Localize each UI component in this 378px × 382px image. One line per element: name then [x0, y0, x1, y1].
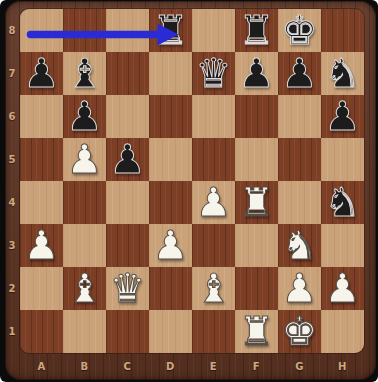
piece-white-pawn[interactable]: ♟ [63, 138, 106, 181]
square-d3[interactable]: ♟ [149, 224, 192, 267]
piece-black-pawn[interactable]: ♟ [63, 95, 106, 138]
square-b8[interactable] [63, 9, 106, 52]
square-b1[interactable] [63, 310, 106, 353]
square-d8[interactable]: ♜ [149, 9, 192, 52]
square-a8[interactable] [20, 9, 63, 52]
square-g8[interactable]: ♚ [278, 9, 321, 52]
rank-labels: 87654321 [6, 9, 18, 353]
square-c8[interactable] [106, 9, 149, 52]
file-label-h: H [321, 355, 364, 377]
square-a4[interactable] [20, 181, 63, 224]
square-g1[interactable]: ♚ [278, 310, 321, 353]
square-h5[interactable] [321, 138, 364, 181]
piece-black-rook[interactable]: ♜ [235, 9, 278, 52]
square-h8[interactable] [321, 9, 364, 52]
square-a3[interactable]: ♟ [20, 224, 63, 267]
square-h1[interactable] [321, 310, 364, 353]
square-h3[interactable] [321, 224, 364, 267]
square-b2[interactable]: ♝ [63, 267, 106, 310]
square-g3[interactable]: ♞ [278, 224, 321, 267]
square-g2[interactable]: ♟ [278, 267, 321, 310]
square-e6[interactable] [192, 95, 235, 138]
square-d4[interactable] [149, 181, 192, 224]
square-h6[interactable]: ♟ [321, 95, 364, 138]
chess-app-window: 87654321 ABCDEFGH ♜♜♚♟♝♛♟♟♞♟♟♟♟♟♜♞♟♟♞♝♛♝… [0, 0, 378, 382]
square-f3[interactable] [235, 224, 278, 267]
piece-white-rook[interactable]: ♜ [235, 181, 278, 224]
rank-label-5: 5 [6, 138, 18, 181]
piece-white-pawn[interactable]: ♟ [149, 224, 192, 267]
piece-black-pawn[interactable]: ♟ [278, 52, 321, 95]
piece-white-bishop[interactable]: ♝ [192, 267, 235, 310]
piece-black-pawn[interactable]: ♟ [321, 95, 364, 138]
piece-white-pawn[interactable]: ♟ [20, 224, 63, 267]
piece-black-knight[interactable]: ♞ [321, 181, 364, 224]
square-f4[interactable]: ♜ [235, 181, 278, 224]
chess-board[interactable]: ♜♜♚♟♝♛♟♟♞♟♟♟♟♟♜♞♟♟♞♝♛♝♟♟♜♚ [20, 9, 364, 353]
file-label-c: C [106, 355, 149, 377]
square-c3[interactable] [106, 224, 149, 267]
square-c2[interactable]: ♛ [106, 267, 149, 310]
piece-white-king[interactable]: ♚ [278, 310, 321, 353]
square-b7[interactable]: ♝ [63, 52, 106, 95]
square-f6[interactable] [235, 95, 278, 138]
rank-label-7: 7 [6, 52, 18, 95]
square-a6[interactable] [20, 95, 63, 138]
square-b3[interactable] [63, 224, 106, 267]
square-b6[interactable]: ♟ [63, 95, 106, 138]
file-label-g: G [278, 355, 321, 377]
file-label-f: F [235, 355, 278, 377]
square-e8[interactable] [192, 9, 235, 52]
square-h7[interactable]: ♞ [321, 52, 364, 95]
piece-black-rook[interactable]: ♜ [149, 9, 192, 52]
square-e2[interactable]: ♝ [192, 267, 235, 310]
square-a5[interactable] [20, 138, 63, 181]
piece-white-pawn[interactable]: ♟ [278, 267, 321, 310]
piece-black-queen[interactable]: ♛ [192, 52, 235, 95]
square-b5[interactable]: ♟ [63, 138, 106, 181]
square-d2[interactable] [149, 267, 192, 310]
rank-label-2: 2 [6, 267, 18, 310]
square-g7[interactable]: ♟ [278, 52, 321, 95]
square-h2[interactable]: ♟ [321, 267, 364, 310]
square-e3[interactable] [192, 224, 235, 267]
square-c7[interactable] [106, 52, 149, 95]
file-label-e: E [192, 355, 235, 377]
piece-white-queen[interactable]: ♛ [106, 267, 149, 310]
square-h4[interactable]: ♞ [321, 181, 364, 224]
square-c5[interactable]: ♟ [106, 138, 149, 181]
square-f2[interactable] [235, 267, 278, 310]
square-g4[interactable] [278, 181, 321, 224]
square-e5[interactable] [192, 138, 235, 181]
piece-white-knight[interactable]: ♞ [278, 224, 321, 267]
piece-black-pawn[interactable]: ♟ [235, 52, 278, 95]
square-f1[interactable]: ♜ [235, 310, 278, 353]
square-a1[interactable] [20, 310, 63, 353]
square-d7[interactable] [149, 52, 192, 95]
rank-label-8: 8 [6, 9, 18, 52]
piece-white-rook[interactable]: ♜ [235, 310, 278, 353]
piece-black-knight[interactable]: ♞ [321, 52, 364, 95]
square-g5[interactable] [278, 138, 321, 181]
square-g6[interactable] [278, 95, 321, 138]
square-b4[interactable] [63, 181, 106, 224]
rank-label-4: 4 [6, 181, 18, 224]
square-e4[interactable]: ♟ [192, 181, 235, 224]
rank-label-3: 3 [6, 224, 18, 267]
square-c1[interactable] [106, 310, 149, 353]
piece-black-pawn[interactable]: ♟ [20, 52, 63, 95]
square-f8[interactable]: ♜ [235, 9, 278, 52]
piece-black-bishop[interactable]: ♝ [63, 52, 106, 95]
file-label-d: D [149, 355, 192, 377]
piece-white-pawn[interactable]: ♟ [321, 267, 364, 310]
piece-black-king[interactable]: ♚ [278, 9, 321, 52]
piece-white-pawn[interactable]: ♟ [192, 181, 235, 224]
rank-label-6: 6 [6, 95, 18, 138]
square-c4[interactable] [106, 181, 149, 224]
square-f5[interactable] [235, 138, 278, 181]
square-a2[interactable] [20, 267, 63, 310]
square-c6[interactable] [106, 95, 149, 138]
square-e7[interactable]: ♛ [192, 52, 235, 95]
square-d5[interactable] [149, 138, 192, 181]
square-d1[interactable] [149, 310, 192, 353]
file-labels: ABCDEFGH [20, 355, 364, 377]
square-e1[interactable] [192, 310, 235, 353]
rank-label-1: 1 [6, 310, 18, 353]
square-f7[interactable]: ♟ [235, 52, 278, 95]
square-d6[interactable] [149, 95, 192, 138]
piece-black-pawn[interactable]: ♟ [106, 138, 149, 181]
file-label-b: B [63, 355, 106, 377]
file-label-a: A [20, 355, 63, 377]
piece-white-bishop[interactable]: ♝ [63, 267, 106, 310]
square-a7[interactable]: ♟ [20, 52, 63, 95]
